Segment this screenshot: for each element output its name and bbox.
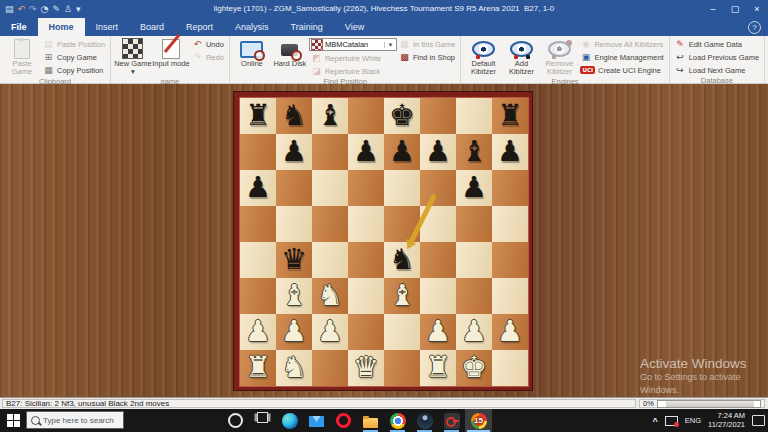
square-a4[interactable] <box>240 242 276 278</box>
copy-game-label: Copy Game <box>57 53 97 62</box>
status-bar: B27: Sicilian: 2 Nf3, unusual Black 2nd … <box>0 397 768 409</box>
piece-black-pawn-g6[interactable]: ♟ <box>456 170 492 206</box>
restore-button[interactable]: ▢ <box>724 0 746 18</box>
notification-center-icon[interactable] <box>752 415 765 426</box>
square-b7[interactable]: ♟ <box>276 134 312 170</box>
piece-black-pawn-d7[interactable]: ♟ <box>348 134 384 170</box>
paste-position-label: Paste Position <box>57 40 105 49</box>
square-f6[interactable] <box>420 170 456 206</box>
find-in-shop-button[interactable]: ▩Find in Shop <box>397 51 458 63</box>
redo-button: ↷Redo <box>190 51 226 63</box>
engine-management-icon: ▣ <box>580 52 591 63</box>
square-f8[interactable] <box>420 98 456 134</box>
piece-black-bishop-g7[interactable]: ♝ <box>456 134 492 170</box>
piece-white-bishop-b3[interactable]: ♝ <box>276 278 312 314</box>
square-g6[interactable]: ♟ <box>456 170 492 206</box>
engine-management-label: Engine Management <box>594 53 663 62</box>
chess-board-inner-border: ♜♞♝♚♜♟♟♟♟♝♟♟♟♛♞♝♞♝♟♟♟♟♟♟♜♞♛♜♚ <box>239 97 529 387</box>
repertoire-white-button: ◩Repertoire White <box>309 52 397 64</box>
online-icon <box>240 41 263 58</box>
task-view-icon <box>257 412 268 423</box>
activate-windows-watermark: Activate Windows Go to Settings to activ… <box>640 356 768 397</box>
copy-game-button[interactable]: ⊞Copy Game <box>41 51 107 63</box>
find-in-shop-icon: ▩ <box>399 52 410 63</box>
copy-game-icon: ⊞ <box>43 52 54 63</box>
file-explorer-icon <box>363 418 378 428</box>
square-b3[interactable]: ♝ <box>276 278 312 314</box>
square-a6[interactable]: ♟ <box>240 170 276 206</box>
piece-black-pawn-f7[interactable]: ♟ <box>420 134 456 170</box>
ribbon-group-database: ✎Edit Game Data↩Load Previous Game↪Load … <box>670 36 765 83</box>
quick-access-toolbar: ▤↶↷◔✎♙▾ <box>5 0 81 18</box>
tray-date: 11/27/2021 <box>708 421 745 430</box>
remove-all-kibitzers-label: Remove All Kibitzers <box>594 40 663 49</box>
copy-position-label: Copy Position <box>57 66 103 75</box>
search-placeholder: Type here to search <box>43 416 114 425</box>
repertoire-black-label: Repertoire Black <box>325 67 380 76</box>
square-d2[interactable] <box>348 314 384 350</box>
mail-icon <box>309 416 324 427</box>
square-a1[interactable]: ♜ <box>240 350 276 386</box>
piece-white-king-g1[interactable]: ♚ <box>456 350 492 386</box>
copy-position-button[interactable]: ▦Copy Position <box>41 64 107 76</box>
taskbar-search-input[interactable]: Type here to search <box>26 411 124 429</box>
piece-black-pawn-b7[interactable]: ♟ <box>276 134 312 170</box>
square-d8[interactable] <box>348 98 384 134</box>
mini-board-icon <box>311 39 323 51</box>
opera-icon <box>336 413 351 428</box>
piece-white-pawn-c2[interactable]: ♟ <box>312 314 348 350</box>
ribbon: Paste Game▤Paste Position⊞Copy Game▦Copy… <box>0 36 768 84</box>
chrome-icon <box>390 413 406 429</box>
load-next-icon: ↪ <box>675 65 686 76</box>
square-h3[interactable] <box>492 278 528 314</box>
close-button[interactable]: × <box>746 0 768 18</box>
create-uci-engine-button[interactable]: UCICreate UCI Engine <box>578 64 665 76</box>
repertoire-black-button: ◪Repertoire Black <box>309 65 397 77</box>
remove-all-kibitzers-button: ◉Remove All Kibitzers <box>578 38 665 50</box>
undo-icon: ↶ <box>192 39 203 50</box>
square-b4[interactable]: ♛ <box>276 242 312 278</box>
paste-game-label: Paste Game <box>3 60 41 77</box>
repertoire-black-icon: ◪ <box>311 66 322 77</box>
square-h5[interactable] <box>492 206 528 242</box>
square-d4[interactable] <box>348 242 384 278</box>
square-b2[interactable]: ♟ <box>276 314 312 350</box>
undo-label: Undo <box>206 40 224 49</box>
ribbon-group-clipboard: Paste Game▤Paste Position⊞Copy Game▦Copy… <box>0 36 111 83</box>
in-this-game-icon: ▦ <box>399 39 410 50</box>
tab-report[interactable]: Report <box>175 18 224 36</box>
square-h2[interactable]: ♟ <box>492 314 528 350</box>
undo-button[interactable]: ↶Undo <box>190 38 226 50</box>
square-a7[interactable] <box>240 134 276 170</box>
progress-track <box>657 400 761 408</box>
chess-board-frame: ♜♞♝♚♜♟♟♟♟♝♟♟♟♛♞♝♞♝♟♟♟♟♟♟♜♞♛♜♚ <box>233 91 533 391</box>
window-title: lighteye (1701) - ZGM_Samostically (2262… <box>0 0 768 18</box>
square-e8[interactable]: ♚ <box>384 98 420 134</box>
add-kibitzer-label: Add Kibitzer <box>502 60 540 77</box>
square-e3[interactable]: ♝ <box>384 278 420 314</box>
square-e4[interactable]: ♞ <box>384 242 420 278</box>
piece-white-queen-d1[interactable]: ♛ <box>348 350 384 386</box>
combobox-value: MBMCatalan <box>323 40 384 49</box>
square-g5[interactable] <box>456 206 492 242</box>
combobox-arrow-icon[interactable]: ▼ <box>384 42 396 48</box>
chessboard-icon <box>122 38 143 59</box>
opening-name-status: B27: Sicilian: 2 Nf3, unusual Black 2nd … <box>2 399 636 408</box>
kibitzer-icon <box>472 41 495 57</box>
red-key-app-icon <box>444 413 460 429</box>
start-button[interactable] <box>0 409 26 432</box>
app-icon[interactable]: ▤ <box>5 0 14 18</box>
square-e1[interactable] <box>384 350 420 386</box>
taskbar-app-chrome[interactable] <box>384 409 411 432</box>
progress-percent: 0% <box>640 400 657 407</box>
square-c8[interactable]: ♝ <box>312 98 348 134</box>
ribbon-group-find-position: OnlineHard DiskMBMCatalan▼◩Repertoire Wh… <box>230 36 462 83</box>
in-this-game-label: In this Game <box>413 40 456 49</box>
square-g8[interactable] <box>456 98 492 134</box>
load-next-game-label: Load Next Game <box>689 66 746 75</box>
square-h4[interactable] <box>492 242 528 278</box>
windows-taskbar: Type here to search 15 ^ ENG 7:24 AM 11/… <box>0 409 768 432</box>
taskbar-app-opera[interactable] <box>330 409 357 432</box>
repertoire-white-icon: ◩ <box>311 53 322 64</box>
square-e5[interactable] <box>384 206 420 242</box>
tab-training[interactable]: Training <box>280 18 334 36</box>
clipboard-icon <box>14 39 30 59</box>
piece-black-knight-e4[interactable]: ♞ <box>384 242 420 278</box>
clock-icon[interactable]: ◔ <box>41 0 49 18</box>
square-b8[interactable]: ♞ <box>276 98 312 134</box>
new-game-label: New Game ▾ <box>114 60 152 77</box>
piece-black-queen-b4[interactable]: ♛ <box>276 242 312 278</box>
paste-position-icon: ▤ <box>43 39 54 50</box>
progress-fill <box>666 401 754 407</box>
taskbar-app-arena-chess-15[interactable]: 15 <box>465 409 492 432</box>
taskbar-app-file-explorer[interactable] <box>357 409 384 432</box>
piece-white-pawn-g2[interactable]: ♟ <box>456 314 492 350</box>
redo-icon[interactable]: ↷ <box>29 0 37 18</box>
square-c7[interactable] <box>312 134 348 170</box>
taskbar-apps: 15 <box>222 409 492 432</box>
load-previous-game-button[interactable]: ↩Load Previous Game <box>673 51 761 63</box>
piece-black-bishop-c8[interactable]: ♝ <box>312 98 348 134</box>
square-e6[interactable] <box>384 170 420 206</box>
piece-white-rook-a1[interactable]: ♜ <box>240 350 276 386</box>
piece-black-knight-b8[interactable]: ♞ <box>276 98 312 134</box>
dropdown-icon[interactable]: ▾ <box>76 0 81 18</box>
piece-black-pawn-h7[interactable]: ♟ <box>492 134 528 170</box>
square-c2[interactable]: ♟ <box>312 314 348 350</box>
square-c6[interactable] <box>312 170 348 206</box>
load-next-game-button[interactable]: ↪Load Next Game <box>673 64 761 76</box>
square-g3[interactable] <box>456 278 492 314</box>
square-e7[interactable]: ♟ <box>384 134 420 170</box>
square-d7[interactable]: ♟ <box>348 134 384 170</box>
paste-position-button: ▤Paste Position <box>41 38 107 50</box>
square-d3[interactable] <box>348 278 384 314</box>
input-mode-button[interactable]: Input mode <box>152 37 190 68</box>
square-f2[interactable]: ♟ <box>420 314 456 350</box>
edge-icon <box>282 413 298 429</box>
piece-white-bishop-e3[interactable]: ♝ <box>384 278 420 314</box>
tab-board[interactable]: Board <box>129 18 175 36</box>
square-b1[interactable]: ♞ <box>276 350 312 386</box>
ribbon-group-engines: Default KibitzerAdd KibitzerRemove Kibit… <box>461 36 669 83</box>
square-a8[interactable]: ♜ <box>240 98 276 134</box>
tab-file[interactable]: File <box>0 18 38 36</box>
square-b5[interactable] <box>276 206 312 242</box>
square-d6[interactable] <box>348 170 384 206</box>
square-f5[interactable] <box>420 206 456 242</box>
copy-position-icon: ▦ <box>43 65 54 76</box>
tray-chevron-icon[interactable]: ^ <box>652 416 657 426</box>
piece-black-rook-h8[interactable]: ♜ <box>492 98 528 134</box>
chess-board[interactable]: ♜♞♝♚♜♟♟♟♟♝♟♟♟♛♞♝♞♝♟♟♟♟♟♟♜♞♛♜♚ <box>240 98 528 386</box>
repertoire-white-label: Repertoire White <box>325 54 381 63</box>
taskbar-app-red-key-app[interactable] <box>438 409 465 432</box>
tab-view[interactable]: View <box>334 18 375 36</box>
load-previous-icon: ↩ <box>675 52 686 63</box>
square-f7[interactable]: ♟ <box>420 134 456 170</box>
taskbar-app-steam[interactable] <box>411 409 438 432</box>
steam-icon <box>417 413 433 429</box>
hard-disk-button[interactable]: Hard Disk <box>271 37 309 68</box>
add-kibitzer-button[interactable]: Add Kibitzer <box>502 37 540 77</box>
system-tray: ^ ENG 7:24 AM 11/27/2021 <box>652 409 765 432</box>
minimize-button[interactable]: – <box>702 0 724 18</box>
square-g1[interactable]: ♚ <box>456 350 492 386</box>
create-uci-engine-label: Create UCI Engine <box>598 66 661 75</box>
engine-management-button[interactable]: ▣Engine Management <box>578 51 665 63</box>
piece-white-pawn-b2[interactable]: ♟ <box>276 314 312 350</box>
square-a5[interactable] <box>240 206 276 242</box>
cortana-icon <box>228 413 243 428</box>
piece-white-knight-b1[interactable]: ♞ <box>276 350 312 386</box>
square-b6[interactable] <box>276 170 312 206</box>
default-kibitzer-label: Default Kibitzer <box>464 60 502 77</box>
tab-analysis[interactable]: Analysis <box>224 18 280 36</box>
piece-white-pawn-f2[interactable]: ♟ <box>420 314 456 350</box>
pen-icon[interactable]: ✎ <box>52 0 60 18</box>
paste-game-button: Paste Game <box>3 37 41 77</box>
square-f4[interactable] <box>420 242 456 278</box>
taskbar-app-mail[interactable] <box>303 409 330 432</box>
arena-chess-15-icon: 15 <box>471 413 487 429</box>
load-previous-game-label: Load Previous Game <box>689 53 759 62</box>
piece-black-rook-a8[interactable]: ♜ <box>240 98 276 134</box>
taskbar-app-cortana[interactable] <box>222 409 249 432</box>
square-c4[interactable] <box>312 242 348 278</box>
square-a2[interactable]: ♟ <box>240 314 276 350</box>
piece-white-knight-c3[interactable]: ♞ <box>312 278 348 314</box>
tray-language[interactable]: ENG <box>685 416 701 425</box>
find-in-shop-label: Find in Shop <box>413 53 455 62</box>
help-icon[interactable]: ? <box>748 21 761 34</box>
square-d1[interactable]: ♛ <box>348 350 384 386</box>
window-controls: – ▢ × <box>702 0 768 18</box>
uci-badge-icon: UCI <box>580 66 595 74</box>
pawn-icon[interactable]: ♙ <box>64 0 72 18</box>
square-g2[interactable]: ♟ <box>456 314 492 350</box>
search-icon <box>31 416 40 425</box>
screen: { "game": "chess", "position": { "fen": … <box>0 0 768 432</box>
input-mode-label: Input mode <box>152 60 190 68</box>
remove-kibitzer-label: Remove Kibitzer <box>540 60 578 77</box>
square-f3[interactable] <box>420 278 456 314</box>
square-c5[interactable] <box>312 206 348 242</box>
pen-icon <box>162 39 180 59</box>
watermark-line2: Go to Settings to activate Windows. <box>640 371 768 397</box>
square-d5[interactable] <box>348 206 384 242</box>
square-h7[interactable]: ♟ <box>492 134 528 170</box>
square-g7[interactable]: ♝ <box>456 134 492 170</box>
harddisk-icon <box>281 44 298 56</box>
square-f1[interactable]: ♜ <box>420 350 456 386</box>
square-h8[interactable]: ♜ <box>492 98 528 134</box>
title-bar: ▤↶↷◔✎♙▾ lighteye (1701) - ZGM_Samostical… <box>0 0 768 18</box>
redo-label: Redo <box>206 53 224 62</box>
square-e2[interactable] <box>384 314 420 350</box>
square-c3[interactable]: ♞ <box>312 278 348 314</box>
remove-all-icon: ◉ <box>580 39 591 50</box>
kibitzer-add-icon <box>510 41 533 57</box>
remove-kibitzer-button: Remove Kibitzer <box>540 37 578 77</box>
piece-black-pawn-a6[interactable]: ♟ <box>240 170 276 206</box>
new-game-button[interactable]: New Game ▾ <box>114 37 152 77</box>
square-h1[interactable] <box>492 350 528 386</box>
tray-clock[interactable]: 7:24 AM 11/27/2021 <box>708 412 745 429</box>
hard-disk-label: Hard Disk <box>273 60 306 68</box>
taskbar-app-edge[interactable] <box>276 409 303 432</box>
find-position-combobox[interactable]: MBMCatalan▼ <box>309 38 397 51</box>
square-c1[interactable] <box>312 350 348 386</box>
tab-home[interactable]: Home <box>38 18 85 36</box>
in-this-game-button: ▦In this Game <box>397 38 458 50</box>
windows-logo-icon <box>7 414 20 427</box>
watermark-line1: Activate Windows <box>640 356 768 371</box>
square-a3[interactable] <box>240 278 276 314</box>
engine-progress-panel: 0% <box>639 399 765 408</box>
kibitzer-remove-icon <box>548 41 571 57</box>
ribbon-group-game: New Game ▾Input mode↶Undo↷Redogame <box>111 36 230 83</box>
default-kibitzer-button[interactable]: Default Kibitzer <box>464 37 502 77</box>
app-client-area: ♜♞♝♚♜♟♟♟♟♝♟♟♟♛♞♝♞♝♟♟♟♟♟♟♜♞♛♜♚ Activate W… <box>0 84 768 397</box>
online-label: Online <box>241 60 263 68</box>
piece-black-king-e8[interactable]: ♚ <box>384 98 420 134</box>
edit-pencil-icon: ✎ <box>675 39 686 50</box>
piece-white-pawn-h2[interactable]: ♟ <box>492 314 528 350</box>
undo-icon[interactable]: ↶ <box>18 0 26 18</box>
redo-icon: ↷ <box>192 52 203 63</box>
online-button[interactable]: Online <box>233 37 271 68</box>
edit-game-data-button[interactable]: ✎Edit Game Data <box>673 38 761 50</box>
piece-white-rook-f1[interactable]: ♜ <box>420 350 456 386</box>
square-g4[interactable] <box>456 242 492 278</box>
piece-white-pawn-a2[interactable]: ♟ <box>240 314 276 350</box>
tab-insert[interactable]: Insert <box>85 18 130 36</box>
piece-black-pawn-e7[interactable]: ♟ <box>384 134 420 170</box>
edit-game-data-label: Edit Game Data <box>689 40 742 49</box>
tray-screen-icon[interactable] <box>665 416 678 426</box>
taskbar-app-task-view[interactable] <box>249 409 276 432</box>
ribbon-tab-bar: FileHomeInsertBoardReportAnalysisTrainin… <box>0 18 768 36</box>
square-h6[interactable] <box>492 170 528 206</box>
